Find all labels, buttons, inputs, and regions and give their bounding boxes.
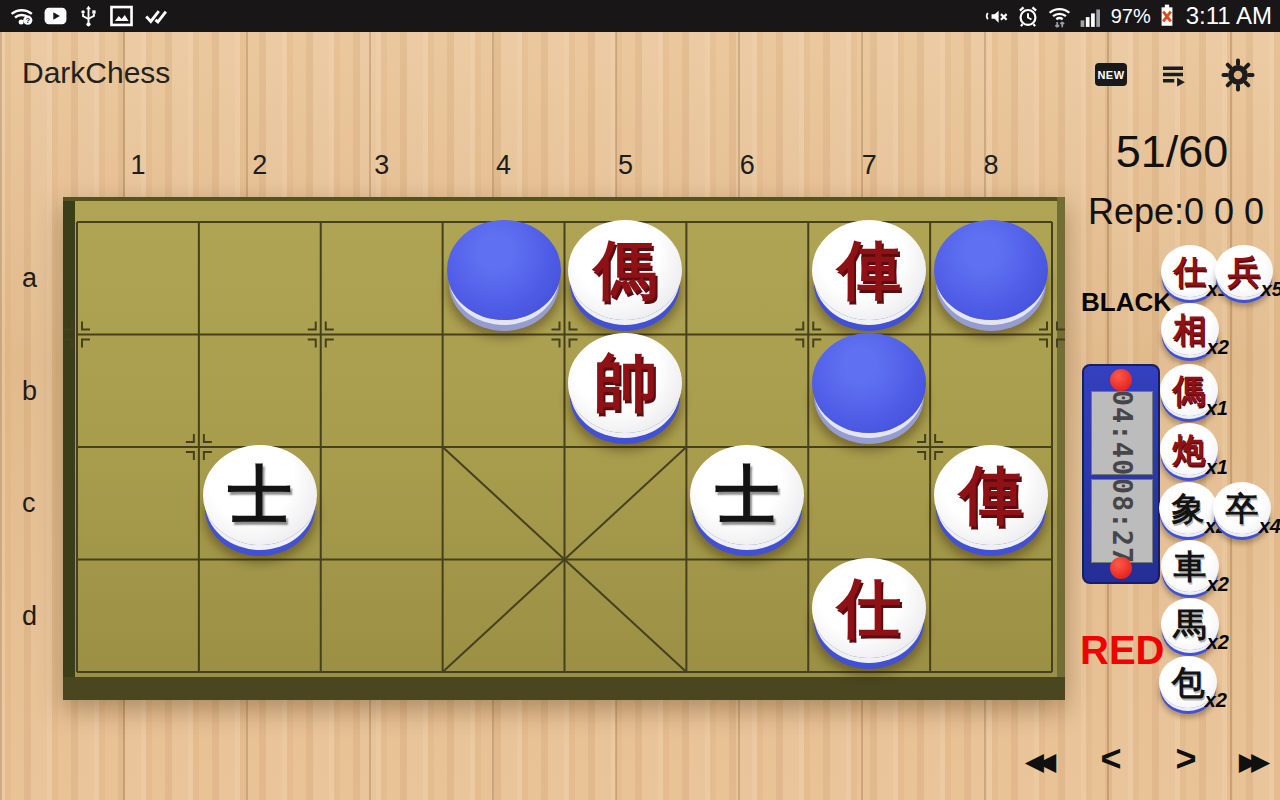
- col-label-6: 6: [740, 150, 755, 181]
- black-turn-dot: [1110, 369, 1132, 391]
- alarm-icon: [1016, 4, 1040, 28]
- col-label-5: 5: [618, 150, 633, 181]
- row-label-c: c: [22, 488, 36, 519]
- black-clock-display: 04:40: [1091, 391, 1153, 475]
- captured-black-chariot-chip: 車x2: [1161, 540, 1219, 592]
- clock-time: 3:11 AM: [1186, 2, 1272, 30]
- piece-a4-hidden[interactable]: [447, 220, 561, 320]
- game-clock: 04:40 08:27: [1082, 364, 1160, 584]
- move-counter: 51/60: [1072, 126, 1272, 178]
- next-move-button[interactable]: >: [1166, 741, 1206, 781]
- status-bar-right: 97% 3:11 AM: [985, 2, 1272, 30]
- battery-x-icon: [1158, 3, 1176, 29]
- wifi-updown-icon: [1047, 4, 1072, 29]
- captured-red-advisor-chip: 仕x1: [1161, 245, 1219, 297]
- go-last-button[interactable]: ▶▶: [1225, 742, 1277, 780]
- banqi-board[interactable]: 傌俥帥士士俥仕: [63, 197, 1065, 700]
- battery-percent: 97%: [1111, 5, 1151, 28]
- double-check-icon: [143, 4, 168, 28]
- youtube-icon: [43, 4, 68, 28]
- status-bar-left: ?: [10, 4, 168, 28]
- app-title: DarkChess: [22, 56, 170, 90]
- usb-icon: [77, 4, 100, 28]
- captured-black-elephant-chip: 象x2: [1159, 482, 1217, 534]
- captured-red-elephant-chip: 相x2: [1161, 303, 1219, 355]
- captured-red-soldier-chip: 兵x5: [1215, 245, 1273, 297]
- gallery-icon: [109, 4, 134, 28]
- captured-black-horse-chip: 馬x2: [1161, 598, 1219, 650]
- go-first-button[interactable]: ◀◀: [1011, 742, 1063, 780]
- col-label-7: 7: [862, 150, 877, 181]
- settings-button[interactable]: [1221, 58, 1255, 92]
- piece-a5-red-horse[interactable]: 傌: [568, 220, 682, 320]
- move-list-button[interactable]: [1157, 60, 1189, 90]
- piece-b7-hidden[interactable]: [812, 333, 926, 433]
- col-label-2: 2: [252, 150, 267, 181]
- new-game-button[interactable]: NEW: [1095, 63, 1127, 86]
- captured-red-cannon-chip: 炮x1: [1160, 423, 1218, 475]
- black-player-label: BLACK: [1081, 287, 1172, 318]
- captured-black-cannon-chip: 包x2: [1159, 656, 1217, 708]
- row-label-a: a: [22, 263, 37, 294]
- app-screen: ? 97% 3:11 AM DarkChess NEW 12345678 abc…: [0, 0, 1280, 800]
- col-label-3: 3: [374, 150, 389, 181]
- vibrate-off-icon: [985, 4, 1009, 28]
- col-label-4: 4: [496, 150, 511, 181]
- piece-c2-black-advisor[interactable]: 士: [203, 445, 317, 545]
- piece-d7-red-advisor[interactable]: 仕: [812, 558, 926, 658]
- svg-text:?: ?: [25, 16, 30, 25]
- red-player-label: RED: [1080, 628, 1164, 673]
- piece-b5-red-general[interactable]: 帥: [568, 333, 682, 433]
- col-label-8: 8: [984, 150, 999, 181]
- repetition-counter: Repe:0 0 0: [1072, 191, 1280, 233]
- signal-bars-icon: [1079, 4, 1104, 28]
- row-label-d: d: [22, 600, 37, 631]
- red-turn-dot: [1110, 557, 1132, 579]
- piece-c8-red-chariot[interactable]: 俥: [934, 445, 1048, 545]
- red-clock-display: 08:27: [1091, 479, 1153, 563]
- captured-red-horse-chip: 傌x1: [1160, 364, 1218, 416]
- piece-c6-black-advisor[interactable]: 士: [690, 445, 804, 545]
- new-badge-label: NEW: [1097, 69, 1124, 81]
- wifi-question-icon: ?: [10, 4, 34, 28]
- piece-a8-hidden[interactable]: [934, 220, 1048, 320]
- piece-a7-red-chariot[interactable]: 俥: [812, 220, 926, 320]
- row-label-b: b: [22, 375, 37, 406]
- prev-move-button[interactable]: <: [1091, 741, 1131, 781]
- col-label-1: 1: [130, 150, 145, 181]
- captured-black-soldier-chip: 卒x4: [1213, 482, 1271, 534]
- status-bar: ? 97% 3:11 AM: [0, 0, 1280, 32]
